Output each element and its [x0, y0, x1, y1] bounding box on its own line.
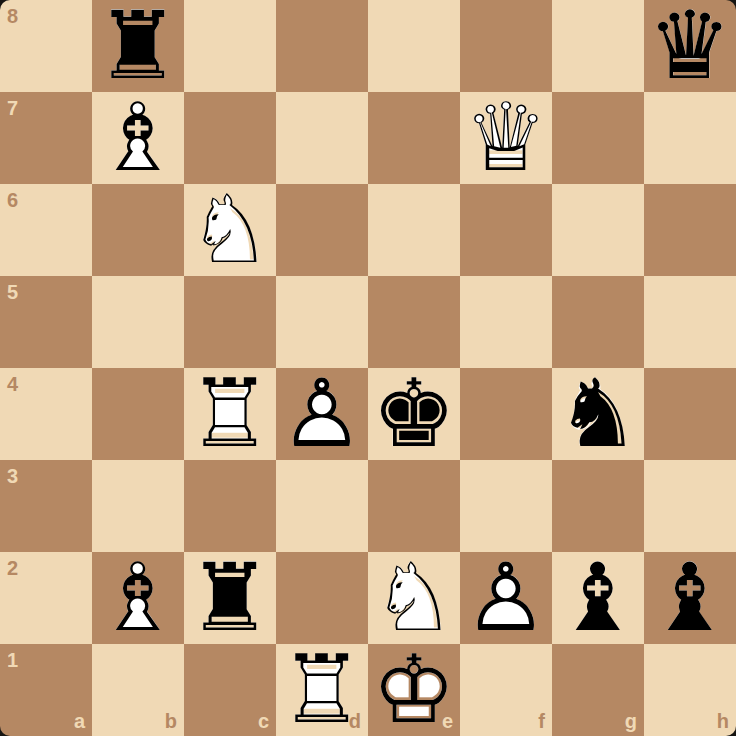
square-d8[interactable] — [276, 0, 368, 92]
file-label-f: f — [538, 711, 545, 731]
square-g1[interactable]: g — [552, 644, 644, 736]
piece-glyph-outline: ♖ — [276, 644, 368, 736]
piece-glyph-fill: ♔ — [368, 368, 460, 460]
white-rook-d1[interactable]: ♜♖ — [276, 644, 368, 736]
square-f6[interactable] — [460, 184, 552, 276]
square-b1[interactable]: b — [92, 644, 184, 736]
piece-glyph-fill: ♗ — [552, 552, 644, 644]
square-e7[interactable] — [368, 92, 460, 184]
white-pawn-d4[interactable]: ♟♙ — [276, 368, 368, 460]
square-c3[interactable] — [184, 460, 276, 552]
rank-label-6: 6 — [7, 190, 18, 210]
piece-glyph-outline: ♘ — [184, 184, 276, 276]
piece-glyph-outline: ♕ — [460, 92, 552, 184]
square-d5[interactable] — [276, 276, 368, 368]
rank-label-8: 8 — [7, 6, 18, 26]
square-d3[interactable] — [276, 460, 368, 552]
piece-glyph-fill: ♜ — [184, 368, 276, 460]
rank-label-7: 7 — [7, 98, 18, 118]
piece-glyph-fill: ♗ — [644, 552, 736, 644]
piece-glyph-fill: ♛ — [460, 92, 552, 184]
square-h3[interactable] — [644, 460, 736, 552]
piece-glyph-outline: ♗ — [92, 552, 184, 644]
chess-board: 8♖♜♕♛7♝♗♛♕6♞♘54♜♖♟♙♔♚♘♞32♝♗♖♜♞♘♟♙♗♝♗♝1ab… — [0, 0, 736, 736]
piece-glyph-outline: ♝ — [644, 552, 736, 644]
piece-glyph-outline: ♙ — [460, 552, 552, 644]
square-g5[interactable] — [552, 276, 644, 368]
square-a2[interactable]: 2 — [0, 552, 92, 644]
square-h2[interactable]: ♗♝ — [644, 552, 736, 644]
square-b8[interactable]: ♖♜ — [92, 0, 184, 92]
square-a6[interactable]: 6 — [0, 184, 92, 276]
black-bishop-h2[interactable]: ♗♝ — [644, 552, 736, 644]
square-f1[interactable]: f — [460, 644, 552, 736]
square-c5[interactable] — [184, 276, 276, 368]
file-label-c: c — [258, 711, 269, 731]
black-king-e4[interactable]: ♔♚ — [368, 368, 460, 460]
piece-glyph-outline: ♝ — [552, 552, 644, 644]
piece-glyph-outline: ♚ — [368, 368, 460, 460]
square-f7[interactable]: ♛♕ — [460, 92, 552, 184]
square-a8[interactable]: 8 — [0, 0, 92, 92]
piece-glyph-fill: ♖ — [184, 552, 276, 644]
white-king-e1[interactable]: ♚♔ — [368, 644, 460, 736]
square-h5[interactable] — [644, 276, 736, 368]
square-c4[interactable]: ♜♖ — [184, 368, 276, 460]
square-a3[interactable]: 3 — [0, 460, 92, 552]
black-bishop-g2[interactable]: ♗♝ — [552, 552, 644, 644]
piece-glyph-fill: ♚ — [368, 644, 460, 736]
piece-glyph-fill: ♞ — [184, 184, 276, 276]
square-d6[interactable] — [276, 184, 368, 276]
square-g4[interactable]: ♘♞ — [552, 368, 644, 460]
square-b2[interactable]: ♝♗ — [92, 552, 184, 644]
black-queen-h8[interactable]: ♕♛ — [644, 0, 736, 92]
square-e4[interactable]: ♔♚ — [368, 368, 460, 460]
square-e2[interactable]: ♞♘ — [368, 552, 460, 644]
square-c8[interactable] — [184, 0, 276, 92]
square-e6[interactable] — [368, 184, 460, 276]
square-f2[interactable]: ♟♙ — [460, 552, 552, 644]
piece-glyph-fill: ♞ — [368, 552, 460, 644]
white-bishop-b7[interactable]: ♝♗ — [92, 92, 184, 184]
file-label-h: h — [717, 711, 729, 731]
square-b5[interactable] — [92, 276, 184, 368]
square-d4[interactable]: ♟♙ — [276, 368, 368, 460]
piece-glyph-fill: ♘ — [552, 368, 644, 460]
square-g3[interactable] — [552, 460, 644, 552]
square-d2[interactable] — [276, 552, 368, 644]
piece-glyph-outline: ♞ — [552, 368, 644, 460]
square-g7[interactable] — [552, 92, 644, 184]
square-g8[interactable] — [552, 0, 644, 92]
piece-glyph-outline: ♘ — [368, 552, 460, 644]
square-b6[interactable] — [92, 184, 184, 276]
file-label-g: g — [625, 711, 637, 731]
piece-glyph-fill: ♟ — [460, 552, 552, 644]
black-rook-b8[interactable]: ♖♜ — [92, 0, 184, 92]
piece-glyph-fill: ♜ — [276, 644, 368, 736]
file-label-a: a — [74, 711, 85, 731]
square-d7[interactable] — [276, 92, 368, 184]
square-g2[interactable]: ♗♝ — [552, 552, 644, 644]
square-h1[interactable]: h — [644, 644, 736, 736]
square-c6[interactable]: ♞♘ — [184, 184, 276, 276]
square-f4[interactable] — [460, 368, 552, 460]
square-a5[interactable]: 5 — [0, 276, 92, 368]
square-h8[interactable]: ♕♛ — [644, 0, 736, 92]
white-rook-c4[interactable]: ♜♖ — [184, 368, 276, 460]
square-c2[interactable]: ♖♜ — [184, 552, 276, 644]
square-a1[interactable]: 1a — [0, 644, 92, 736]
square-a4[interactable]: 4 — [0, 368, 92, 460]
piece-glyph-outline: ♙ — [276, 368, 368, 460]
square-h4[interactable] — [644, 368, 736, 460]
white-knight-c6[interactable]: ♞♘ — [184, 184, 276, 276]
white-queen-f7[interactable]: ♛♕ — [460, 92, 552, 184]
square-h6[interactable] — [644, 184, 736, 276]
piece-glyph-outline: ♖ — [184, 368, 276, 460]
square-c7[interactable] — [184, 92, 276, 184]
square-g6[interactable] — [552, 184, 644, 276]
square-b3[interactable] — [92, 460, 184, 552]
piece-glyph-outline: ♜ — [92, 0, 184, 92]
square-b7[interactable]: ♝♗ — [92, 92, 184, 184]
square-e3[interactable] — [368, 460, 460, 552]
white-pawn-f2[interactable]: ♟♙ — [460, 552, 552, 644]
piece-glyph-fill: ♖ — [92, 0, 184, 92]
piece-glyph-fill: ♝ — [92, 92, 184, 184]
square-h7[interactable] — [644, 92, 736, 184]
square-d1[interactable]: d♜♖ — [276, 644, 368, 736]
piece-glyph-outline: ♜ — [184, 552, 276, 644]
piece-glyph-fill: ♝ — [92, 552, 184, 644]
square-c1[interactable]: c — [184, 644, 276, 736]
piece-glyph-fill: ♕ — [644, 0, 736, 92]
rank-label-1: 1 — [7, 650, 18, 670]
rank-label-4: 4 — [7, 374, 18, 394]
rank-label-5: 5 — [7, 282, 18, 302]
black-knight-g4[interactable]: ♘♞ — [552, 368, 644, 460]
piece-glyph-fill: ♟ — [276, 368, 368, 460]
square-a7[interactable]: 7 — [0, 92, 92, 184]
square-e5[interactable] — [368, 276, 460, 368]
white-knight-e2[interactable]: ♞♘ — [368, 552, 460, 644]
square-e8[interactable] — [368, 0, 460, 92]
square-f8[interactable] — [460, 0, 552, 92]
piece-glyph-outline: ♛ — [644, 0, 736, 92]
square-e1[interactable]: e♚♔ — [368, 644, 460, 736]
square-b4[interactable] — [92, 368, 184, 460]
square-f5[interactable] — [460, 276, 552, 368]
square-f3[interactable] — [460, 460, 552, 552]
black-rook-c2[interactable]: ♖♜ — [184, 552, 276, 644]
rank-label-3: 3 — [7, 466, 18, 486]
piece-glyph-outline: ♔ — [368, 644, 460, 736]
rank-label-2: 2 — [7, 558, 18, 578]
white-bishop-b2[interactable]: ♝♗ — [92, 552, 184, 644]
file-label-b: b — [165, 711, 177, 731]
piece-glyph-outline: ♗ — [92, 92, 184, 184]
